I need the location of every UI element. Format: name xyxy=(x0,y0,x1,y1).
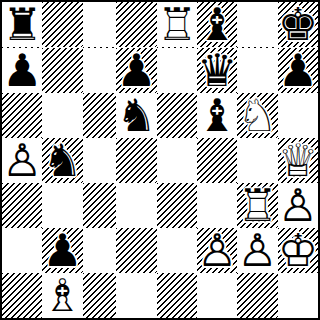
square-d6[interactable]: ♟ xyxy=(116,48,156,93)
black-bishop-piece[interactable]: ♝ xyxy=(197,2,237,47)
black-knight-piece[interactable]: ♞ xyxy=(116,93,156,138)
black-king-icon: ♚ xyxy=(278,2,318,47)
square-b2[interactable]: ♟ xyxy=(42,228,82,273)
black-pawn-piece[interactable]: ♟ xyxy=(116,48,156,93)
square-f1[interactable] xyxy=(197,273,237,318)
black-pawn-icon: ♟ xyxy=(116,48,156,93)
black-king-piece[interactable]: ♚ xyxy=(278,2,318,47)
white-pawn-piece[interactable]: ♟♙ xyxy=(278,183,318,228)
square-g4[interactable] xyxy=(237,138,277,183)
square-b8[interactable] xyxy=(42,2,82,47)
square-f6[interactable]: ♛ xyxy=(197,48,237,93)
square-d5[interactable]: ♞ xyxy=(116,93,156,138)
square-a5[interactable] xyxy=(2,93,42,138)
white-knight-piece[interactable]: ♞♘ xyxy=(237,93,277,138)
square-b4[interactable]: ♞ xyxy=(42,138,82,183)
square-e6[interactable] xyxy=(157,48,197,93)
white-pawn-icon: ♙ xyxy=(197,228,237,273)
black-rook-piece[interactable]: ♜ xyxy=(2,2,42,47)
black-bishop-icon: ♝ xyxy=(197,93,237,138)
square-e8[interactable]: ♜♖ xyxy=(157,2,197,47)
square-c8[interactable] xyxy=(83,2,117,47)
square-b3[interactable] xyxy=(42,183,82,228)
square-d8[interactable] xyxy=(116,2,156,47)
white-bishop-icon: ♗ xyxy=(42,273,82,318)
black-pawn-icon: ♟ xyxy=(278,48,318,93)
white-pawn-icon: ♙ xyxy=(237,228,277,273)
square-e1[interactable] xyxy=(157,273,197,318)
black-pawn-piece[interactable]: ♟ xyxy=(42,228,82,273)
black-pawn-icon: ♟ xyxy=(2,48,42,93)
square-g5[interactable]: ♞♘ xyxy=(237,93,277,138)
square-h3[interactable]: ♟♙ xyxy=(278,183,318,228)
white-pawn-icon: ♙ xyxy=(278,183,318,228)
white-queen-icon: ♕ xyxy=(278,138,318,183)
square-h1[interactable] xyxy=(278,273,318,318)
square-b1[interactable]: ♝♗ xyxy=(42,273,82,318)
square-f3[interactable] xyxy=(197,183,237,228)
square-b6[interactable] xyxy=(42,48,82,93)
square-f8[interactable]: ♝ xyxy=(197,2,237,47)
white-king-piece[interactable]: ♚♔ xyxy=(278,228,318,273)
square-d2[interactable] xyxy=(116,228,156,273)
square-h6[interactable]: ♟ xyxy=(278,48,318,93)
square-d1[interactable] xyxy=(116,273,156,318)
square-h2[interactable]: ♚♔ xyxy=(278,228,318,273)
square-c3[interactable] xyxy=(83,183,117,228)
square-e4[interactable] xyxy=(157,138,197,183)
square-g8[interactable] xyxy=(237,2,277,47)
white-rook-piece[interactable]: ♜♖ xyxy=(237,183,277,228)
square-h8[interactable]: ♚ xyxy=(278,2,318,47)
white-rook-icon: ♖ xyxy=(157,2,197,47)
square-d4[interactable] xyxy=(116,138,156,183)
square-f2[interactable]: ♟♙ xyxy=(197,228,237,273)
square-c4[interactable] xyxy=(83,138,117,183)
square-a2[interactable] xyxy=(2,228,42,273)
white-knight-icon: ♘ xyxy=(237,93,277,138)
white-bishop-piece[interactable]: ♝♗ xyxy=(42,273,82,318)
black-rook-icon: ♜ xyxy=(2,2,42,47)
black-knight-piece[interactable]: ♞ xyxy=(42,138,82,183)
square-g2[interactable]: ♟♙ xyxy=(237,228,277,273)
white-pawn-piece[interactable]: ♟♙ xyxy=(197,228,237,273)
white-king-icon: ♔ xyxy=(278,228,318,273)
chess-board: ♜♜♖♝♚♟♟♛♟♞♝♞♘♟♙♞♛♕♜♖♟♙♟♟♙♟♙♚♔♝♗ xyxy=(0,0,320,320)
square-e5[interactable] xyxy=(157,93,197,138)
black-bishop-piece[interactable]: ♝ xyxy=(197,93,237,138)
square-a8[interactable]: ♜ xyxy=(2,2,42,47)
square-g3[interactable]: ♜♖ xyxy=(237,183,277,228)
square-a1[interactable] xyxy=(2,273,42,318)
square-c1[interactable] xyxy=(83,273,117,318)
square-a6[interactable]: ♟ xyxy=(2,48,42,93)
white-pawn-piece[interactable]: ♟♙ xyxy=(237,228,277,273)
square-f5[interactable]: ♝ xyxy=(197,93,237,138)
white-pawn-piece[interactable]: ♟♙ xyxy=(2,138,42,183)
black-bishop-icon: ♝ xyxy=(197,2,237,47)
square-c2[interactable] xyxy=(83,228,117,273)
square-g1[interactable] xyxy=(237,273,277,318)
black-knight-icon: ♞ xyxy=(42,138,82,183)
black-knight-icon: ♞ xyxy=(116,93,156,138)
black-queen-icon: ♛ xyxy=(197,48,237,93)
square-b5[interactable] xyxy=(42,93,82,138)
square-a3[interactable] xyxy=(2,183,42,228)
square-h4[interactable]: ♛♕ xyxy=(278,138,318,183)
square-h5[interactable] xyxy=(278,93,318,138)
white-pawn-icon: ♙ xyxy=(2,138,42,183)
square-a4[interactable]: ♟♙ xyxy=(2,138,42,183)
white-rook-piece[interactable]: ♜♖ xyxy=(157,2,197,47)
white-rook-icon: ♖ xyxy=(237,183,277,228)
black-pawn-icon: ♟ xyxy=(42,228,82,273)
black-pawn-piece[interactable]: ♟ xyxy=(278,48,318,93)
square-g6[interactable] xyxy=(237,48,277,93)
black-queen-piece[interactable]: ♛ xyxy=(197,48,237,93)
white-queen-piece[interactable]: ♛♕ xyxy=(278,138,318,183)
square-e2[interactable] xyxy=(157,228,197,273)
square-d3[interactable] xyxy=(116,183,156,228)
square-f4[interactable] xyxy=(197,138,237,183)
square-c6[interactable] xyxy=(83,48,117,93)
square-c5[interactable] xyxy=(83,93,117,138)
black-pawn-piece[interactable]: ♟ xyxy=(2,48,42,93)
square-e3[interactable] xyxy=(157,183,197,228)
